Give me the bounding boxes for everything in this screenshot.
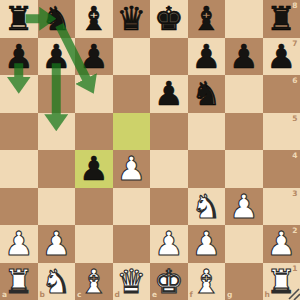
square-f2[interactable]: ♟	[188, 225, 226, 263]
file-label-d: d	[115, 291, 120, 299]
square-c5[interactable]	[75, 113, 113, 151]
resize-handle-line	[294, 294, 300, 300]
square-h5[interactable]: 5	[263, 113, 301, 151]
square-d7[interactable]	[113, 38, 151, 76]
rank-label-2: 2	[292, 227, 297, 235]
square-e8[interactable]: ♚	[150, 0, 188, 38]
file-label-a: a	[2, 291, 7, 299]
square-e6[interactable]: ♟	[150, 75, 188, 113]
square-a4[interactable]	[0, 150, 38, 188]
square-e7[interactable]	[150, 38, 188, 76]
white-knight[interactable]: ♞	[191, 188, 221, 226]
square-f1[interactable]: ♝f	[188, 263, 226, 300]
rank-label-1: 1	[292, 265, 297, 273]
black-rook[interactable]: ♜	[4, 0, 34, 38]
black-pawn[interactable]: ♟	[41, 38, 71, 76]
square-g8[interactable]	[225, 0, 263, 38]
square-a3[interactable]	[0, 188, 38, 226]
square-b2[interactable]: ♟	[38, 225, 76, 263]
white-rook[interactable]: ♜	[4, 263, 34, 300]
rank-label-8: 8	[292, 2, 297, 10]
black-king[interactable]: ♚	[154, 0, 184, 38]
square-c3[interactable]	[75, 188, 113, 226]
square-a6[interactable]	[0, 75, 38, 113]
square-b1[interactable]: ♞b	[38, 263, 76, 300]
black-pawn[interactable]: ♟	[79, 150, 109, 188]
square-h8[interactable]: ♜8	[263, 0, 301, 38]
square-f8[interactable]: ♝	[188, 0, 226, 38]
square-d8[interactable]: ♛	[113, 0, 151, 38]
black-pawn[interactable]: ♟	[79, 38, 109, 76]
square-f7[interactable]: ♟	[188, 38, 226, 76]
square-e3[interactable]	[150, 188, 188, 226]
square-f3[interactable]: ♞	[188, 188, 226, 226]
square-b8[interactable]: ♞	[38, 0, 76, 38]
black-pawn[interactable]: ♟	[191, 38, 221, 76]
black-queen[interactable]: ♛	[116, 0, 146, 38]
square-d3[interactable]	[113, 188, 151, 226]
white-king[interactable]: ♚	[154, 263, 184, 300]
white-pawn[interactable]: ♟	[116, 150, 146, 188]
square-c7[interactable]: ♟	[75, 38, 113, 76]
square-c6[interactable]	[75, 75, 113, 113]
square-b3[interactable]	[38, 188, 76, 226]
resize-handle-icon[interactable]	[288, 288, 300, 300]
square-h7[interactable]: ♟7	[263, 38, 301, 76]
rank-label-4: 4	[292, 152, 297, 160]
square-e2[interactable]: ♟	[150, 225, 188, 263]
square-b5[interactable]	[38, 113, 76, 151]
square-g1[interactable]: g	[225, 263, 263, 300]
square-h3[interactable]: 3	[263, 188, 301, 226]
black-pawn[interactable]: ♟	[229, 38, 259, 76]
square-g2[interactable]	[225, 225, 263, 263]
white-queen[interactable]: ♛	[116, 263, 146, 300]
rank-label-5: 5	[292, 115, 297, 123]
square-h2[interactable]: ♟2	[263, 225, 301, 263]
square-h4[interactable]: 4	[263, 150, 301, 188]
file-label-b: b	[40, 291, 45, 299]
square-b4[interactable]	[38, 150, 76, 188]
white-pawn[interactable]: ♟	[41, 225, 71, 263]
black-pawn[interactable]: ♟	[4, 38, 34, 76]
black-pawn[interactable]: ♟	[154, 75, 184, 113]
square-h6[interactable]: 6	[263, 75, 301, 113]
file-label-c: c	[77, 291, 81, 299]
board-squares: ♜♞♝♛♚♝♜8♟♟♟♟♟♟7♟♞65♟♟4♞♟3♟♟♟♟♟2♜a♞b♝c♛d♚…	[0, 0, 300, 300]
white-pawn[interactable]: ♟	[154, 225, 184, 263]
white-knight[interactable]: ♞	[41, 263, 71, 300]
square-g4[interactable]	[225, 150, 263, 188]
square-e5[interactable]	[150, 113, 188, 151]
square-c4[interactable]: ♟	[75, 150, 113, 188]
square-a1[interactable]: ♜a	[0, 263, 38, 300]
file-label-g: g	[227, 291, 232, 299]
square-d4[interactable]: ♟	[113, 150, 151, 188]
square-g3[interactable]: ♟	[225, 188, 263, 226]
square-g7[interactable]: ♟	[225, 38, 263, 76]
file-label-f: f	[190, 291, 193, 299]
square-a5[interactable]	[0, 113, 38, 151]
white-bishop[interactable]: ♝	[79, 263, 109, 300]
square-c2[interactable]	[75, 225, 113, 263]
square-e1[interactable]: ♚e	[150, 263, 188, 300]
rank-label-7: 7	[292, 40, 297, 48]
white-pawn[interactable]: ♟	[229, 188, 259, 226]
black-knight[interactable]: ♞	[191, 75, 221, 113]
square-f5[interactable]	[188, 113, 226, 151]
rank-label-3: 3	[292, 190, 297, 198]
square-f4[interactable]	[188, 150, 226, 188]
square-g5[interactable]	[225, 113, 263, 151]
square-c8[interactable]: ♝	[75, 0, 113, 38]
white-bishop[interactable]: ♝	[191, 263, 221, 300]
file-label-h: h	[265, 291, 270, 299]
square-b6[interactable]	[38, 75, 76, 113]
chess-board: ♜♞♝♛♚♝♜8♟♟♟♟♟♟7♟♞65♟♟4♞♟3♟♟♟♟♟2♜a♞b♝c♛d♚…	[0, 0, 300, 300]
square-d5[interactable]	[113, 113, 151, 151]
square-a7[interactable]: ♟	[0, 38, 38, 76]
square-e4[interactable]	[150, 150, 188, 188]
square-a8[interactable]: ♜	[0, 0, 38, 38]
white-pawn[interactable]: ♟	[4, 225, 34, 263]
square-d1[interactable]: ♛d	[113, 263, 151, 300]
square-b7[interactable]: ♟	[38, 38, 76, 76]
square-d2[interactable]	[113, 225, 151, 263]
black-knight[interactable]: ♞	[41, 0, 71, 38]
black-bishop[interactable]: ♝	[79, 0, 109, 38]
black-bishop[interactable]: ♝	[191, 0, 221, 38]
rank-label-6: 6	[292, 77, 297, 85]
white-pawn[interactable]: ♟	[191, 225, 221, 263]
square-g6[interactable]	[225, 75, 263, 113]
square-d6[interactable]	[113, 75, 151, 113]
square-f6[interactable]: ♞	[188, 75, 226, 113]
square-a2[interactable]: ♟	[0, 225, 38, 263]
file-label-e: e	[152, 291, 157, 299]
square-c1[interactable]: ♝c	[75, 263, 113, 300]
